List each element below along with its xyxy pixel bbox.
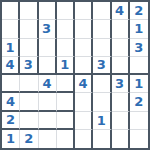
cell-r3c3[interactable] [39, 39, 57, 57]
cell-r8c5[interactable] [75, 130, 93, 148]
given-digit: 3 [24, 58, 33, 71]
given-digit: 3 [97, 58, 106, 71]
cell-r2c5[interactable] [75, 20, 93, 38]
cell-r8c3[interactable] [39, 130, 57, 148]
cell-r7c5[interactable] [75, 112, 93, 130]
cell-r3c6[interactable] [93, 39, 111, 57]
cell-r7c7[interactable] [112, 112, 130, 130]
cell-r1c2[interactable] [20, 2, 38, 20]
given-digit: 4 [6, 58, 15, 71]
cell-r1c8[interactable]: 2 [130, 2, 148, 20]
cell-r8c8[interactable] [130, 130, 148, 148]
cell-r2c4[interactable] [57, 20, 75, 38]
cell-r3c8[interactable]: 3 [130, 39, 148, 57]
cell-r1c7[interactable]: 4 [112, 2, 130, 20]
cell-r5c3[interactable]: 4 [39, 75, 57, 93]
cell-r7c3[interactable] [39, 112, 57, 130]
cell-r8c2[interactable]: 2 [20, 130, 38, 148]
given-digit: 4 [79, 77, 88, 90]
given-digit: 3 [115, 77, 124, 90]
cell-r4c4[interactable]: 1 [57, 57, 75, 75]
cell-r5c7[interactable]: 3 [112, 75, 130, 93]
cell-r8c7[interactable] [112, 130, 130, 148]
cell-r3c1[interactable]: 1 [2, 39, 20, 57]
cell-r4c5[interactable] [75, 57, 93, 75]
cell-r7c2[interactable] [20, 112, 38, 130]
cell-r3c5[interactable] [75, 39, 93, 57]
given-digit: 4 [6, 95, 15, 108]
cell-r4c7[interactable] [112, 57, 130, 75]
given-digit: 1 [134, 22, 143, 35]
given-digit: 2 [134, 4, 143, 17]
cell-r3c2[interactable] [20, 39, 38, 57]
cell-r5c2[interactable] [20, 75, 38, 93]
cell-r3c7[interactable] [112, 39, 130, 57]
cell-r4c1[interactable]: 4 [2, 57, 20, 75]
cell-r5c1[interactable] [2, 75, 20, 93]
cell-r8c1[interactable]: 1 [2, 130, 20, 148]
cell-r2c1[interactable] [2, 20, 20, 38]
cell-r6c8[interactable]: 2 [130, 93, 148, 111]
cell-r6c3[interactable] [39, 93, 57, 111]
given-digit: 1 [60, 58, 69, 71]
given-digit: 2 [6, 113, 15, 126]
puzzle-board: 42311343134431422112 [0, 0, 150, 150]
given-digit: 3 [134, 41, 143, 54]
given-digit: 4 [115, 4, 124, 17]
cell-r3c4[interactable] [57, 39, 75, 57]
cell-r6c7[interactable] [112, 93, 130, 111]
cell-r1c4[interactable] [57, 2, 75, 20]
cell-r5c8[interactable]: 1 [130, 75, 148, 93]
cell-r7c8[interactable] [130, 112, 148, 130]
cell-r8c4[interactable] [57, 130, 75, 148]
cell-r7c6[interactable]: 1 [93, 112, 111, 130]
cell-r2c8[interactable]: 1 [130, 20, 148, 38]
cell-r6c1[interactable]: 4 [2, 93, 20, 111]
cell-r1c3[interactable] [39, 2, 57, 20]
cell-r4c8[interactable] [130, 57, 148, 75]
cell-r5c6[interactable] [93, 75, 111, 93]
cell-r4c2[interactable]: 3 [20, 57, 38, 75]
given-digit: 2 [24, 132, 33, 145]
cell-r8c6[interactable] [93, 130, 111, 148]
cell-r6c6[interactable] [93, 93, 111, 111]
cell-r1c5[interactable] [75, 2, 93, 20]
cell-r7c4[interactable] [57, 112, 75, 130]
cell-r2c3[interactable]: 3 [39, 20, 57, 38]
given-digit: 1 [6, 132, 15, 145]
cell-r2c7[interactable] [112, 20, 130, 38]
cell-r6c4[interactable] [57, 93, 75, 111]
cell-r2c6[interactable] [93, 20, 111, 38]
cell-r5c4[interactable] [57, 75, 75, 93]
cell-r1c6[interactable] [93, 2, 111, 20]
cell-r2c2[interactable] [20, 20, 38, 38]
given-digit: 1 [134, 77, 143, 90]
given-digit: 4 [43, 77, 52, 90]
cell-r4c6[interactable]: 3 [93, 57, 111, 75]
cell-r5c5[interactable]: 4 [75, 75, 93, 93]
cell-r6c5[interactable] [75, 93, 93, 111]
given-digit: 2 [134, 95, 143, 108]
given-digit: 1 [97, 114, 106, 127]
given-digit: 3 [42, 22, 51, 35]
cell-r1c1[interactable] [2, 2, 20, 20]
cell-r6c2[interactable] [20, 93, 38, 111]
given-digit: 1 [6, 41, 15, 54]
cell-r7c1[interactable]: 2 [2, 112, 20, 130]
cell-r4c3[interactable] [39, 57, 57, 75]
